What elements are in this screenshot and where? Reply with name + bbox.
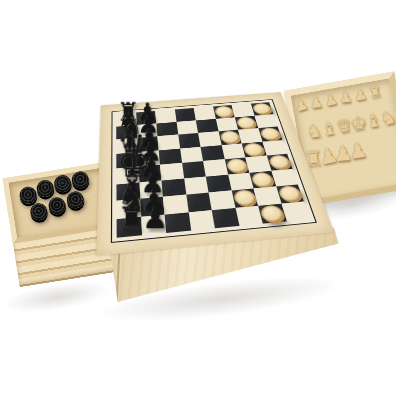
- square-c1[interactable]: [164, 212, 190, 233]
- square-h2[interactable]: [276, 184, 304, 203]
- piece-white-wood-3[interactable]: ♟: [323, 92, 339, 109]
- draughts-man-wood-h2[interactable]: [277, 186, 302, 203]
- square-d5[interactable]: [180, 147, 203, 163]
- piece-white-wood-2[interactable]: ♟: [308, 95, 323, 112]
- draughts-man-wood-f4[interactable]: [226, 158, 248, 173]
- square-d1[interactable]: [188, 210, 215, 231]
- draughts-man-wood-h8[interactable]: [252, 103, 272, 115]
- board-grid: ♜♟♞♟♝♟♛♟♚♟♝♟♞♟♜♟: [116, 102, 310, 238]
- draughts-man-black-1[interactable]: [18, 185, 37, 204]
- draughts-man-wood-g1[interactable]: [260, 204, 285, 222]
- draughts-man-wood-h6[interactable]: [259, 127, 280, 140]
- draughts-man-black-6[interactable]: [47, 196, 66, 215]
- square-a1[interactable]: ♜: [117, 216, 142, 237]
- square-h3[interactable]: [271, 169, 298, 187]
- draughts-man-black-2[interactable]: [36, 179, 55, 198]
- square-f2[interactable]: [231, 188, 258, 207]
- product-photo-wooden-game-set: ♟♟♟♟♟♜♞♝♛♚♝♞♜♟♟♟ ♜♟♞♟♝♟♛♟♚♟♝♟♞♟♜♟: [0, 0, 396, 396]
- draughts-man-wood-h4[interactable]: [268, 155, 291, 170]
- draughts-man-wood-f8[interactable]: [214, 106, 233, 118]
- draughts-man-wood-g3[interactable]: [251, 172, 274, 188]
- draughts-man-wood-f2[interactable]: [233, 190, 257, 207]
- draughts-man-wood-f6[interactable]: [220, 131, 241, 144]
- piece-white-wood-4[interactable]: ♟: [338, 90, 353, 106]
- piece-white-wood-16[interactable]: ♟: [347, 140, 369, 164]
- square-g3[interactable]: [249, 171, 275, 189]
- piece-white-wood-1[interactable]: ♟: [293, 97, 310, 115]
- square-g1[interactable]: [258, 203, 286, 223]
- draughts-man-black-5[interactable]: [29, 202, 48, 221]
- square-f3[interactable]: [228, 172, 254, 190]
- square-d6[interactable]: [178, 133, 201, 148]
- square-d2[interactable]: [186, 193, 212, 212]
- piece-white-wood-6[interactable]: ♜: [367, 84, 383, 102]
- piece-white-wood-5[interactable]: ♟: [353, 87, 369, 104]
- draughts-man-black-3[interactable]: [53, 174, 72, 193]
- board-border-line: ♜♟♞♟♝♟♛♟♚♟♝♟♞♟♜♟: [111, 99, 317, 243]
- square-g2[interactable]: [254, 186, 281, 205]
- draughts-man-black-4[interactable]: [71, 170, 90, 189]
- square-f1[interactable]: [235, 205, 263, 225]
- draughts-man-black-7[interactable]: [66, 190, 85, 209]
- piece-black-rook-a1[interactable]: ♜: [117, 204, 142, 236]
- draughts-man-wood-g7[interactable]: [236, 116, 256, 128]
- square-e5[interactable]: [200, 145, 224, 161]
- square-h6[interactable]: [258, 127, 282, 142]
- square-h1[interactable]: [281, 201, 310, 221]
- square-h5[interactable]: [262, 140, 287, 156]
- draughts-man-wood-g5[interactable]: [243, 142, 265, 156]
